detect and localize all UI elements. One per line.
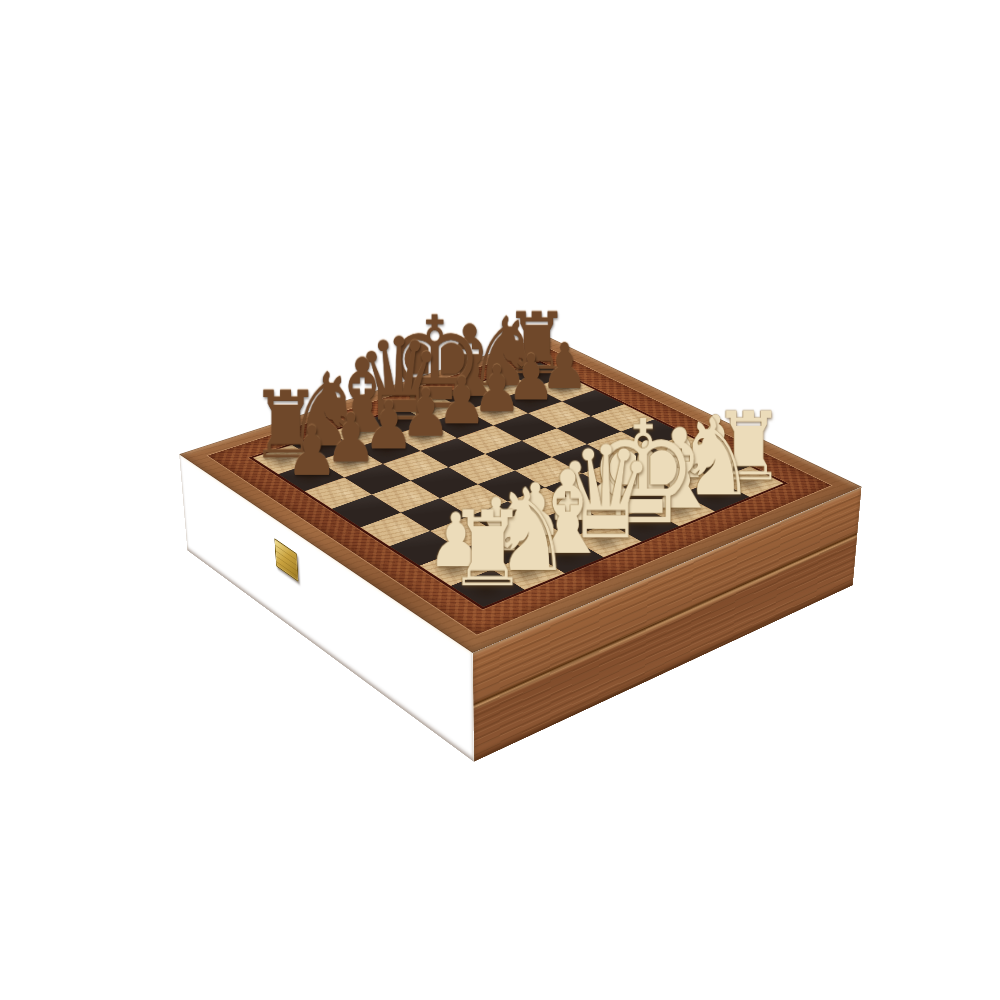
box-lid-top: ♜♟♟♜♞♟♟♞♝♟♟♝♚♟♟♚♛♟♟♛♝♟♟♝♞♟♟♞♜♟♟♜ bbox=[179, 336, 862, 653]
square-a7: ♟ bbox=[278, 461, 344, 491]
photo-background: ♜♟♟♜♞♟♟♞♝♟♟♝♚♟♟♚♛♟♟♛♝♟♟♝♞♟♟♞♜♟♟♜ bbox=[0, 0, 1000, 1000]
piece-white-rook: ♜ bbox=[402, 498, 573, 603]
square-a1: ♜ bbox=[451, 569, 525, 606]
chess-box-scene: ♜♟♟♜♞♟♟♞♝♟♟♝♚♟♟♚♛♟♟♛♝♟♟♝♞♟♟♞♜♟♟♜ bbox=[0, 0, 1000, 1000]
brass-clasp bbox=[274, 538, 298, 582]
piece-black-pawn: ♟ bbox=[234, 417, 388, 485]
